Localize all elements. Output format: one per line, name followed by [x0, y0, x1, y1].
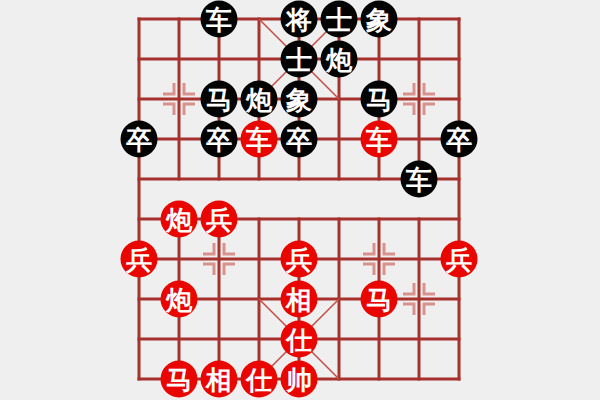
- piece-black-cannon[interactable]: 炮: [321, 41, 358, 78]
- piece-red-cannon[interactable]: 炮: [161, 281, 198, 318]
- piece-red-general[interactable]: 帅: [281, 361, 318, 398]
- pieces-layer: 车将士象士炮马炮象马卒卒卒卒车车车炮兵兵兵兵炮相马仕马相仕帅: [0, 0, 600, 400]
- piece-black-elephant[interactable]: 象: [361, 1, 398, 38]
- piece-red-soldier[interactable]: 兵: [201, 201, 238, 238]
- piece-red-horse[interactable]: 马: [161, 361, 198, 398]
- piece-black-soldier[interactable]: 卒: [201, 121, 238, 158]
- piece-black-soldier[interactable]: 卒: [121, 121, 158, 158]
- piece-red-elephant[interactable]: 相: [201, 361, 238, 398]
- piece-red-elephant[interactable]: 相: [281, 281, 318, 318]
- piece-black-chariot[interactable]: 车: [201, 1, 238, 38]
- piece-black-advisor[interactable]: 士: [321, 1, 358, 38]
- piece-black-soldier[interactable]: 卒: [441, 121, 478, 158]
- piece-red-advisor[interactable]: 仕: [281, 321, 318, 358]
- piece-red-cannon[interactable]: 炮: [161, 201, 198, 238]
- piece-black-general[interactable]: 将: [281, 1, 318, 38]
- piece-red-horse[interactable]: 马: [361, 281, 398, 318]
- piece-red-soldier[interactable]: 兵: [441, 241, 478, 278]
- piece-black-elephant[interactable]: 象: [281, 81, 318, 118]
- piece-black-soldier[interactable]: 卒: [281, 121, 318, 158]
- piece-red-soldier[interactable]: 兵: [281, 241, 318, 278]
- piece-black-chariot[interactable]: 车: [401, 161, 438, 198]
- piece-red-soldier[interactable]: 兵: [121, 241, 158, 278]
- piece-black-cannon[interactable]: 炮: [241, 81, 278, 118]
- piece-red-chariot[interactable]: 车: [241, 121, 278, 158]
- piece-black-horse[interactable]: 马: [361, 81, 398, 118]
- piece-black-horse[interactable]: 马: [201, 81, 238, 118]
- piece-red-chariot[interactable]: 车: [361, 121, 398, 158]
- xiangqi-board: 车将士象士炮马炮象马卒卒卒卒车车车炮兵兵兵兵炮相马仕马相仕帅: [0, 0, 600, 400]
- piece-red-advisor[interactable]: 仕: [241, 361, 278, 398]
- piece-black-advisor[interactable]: 士: [281, 41, 318, 78]
